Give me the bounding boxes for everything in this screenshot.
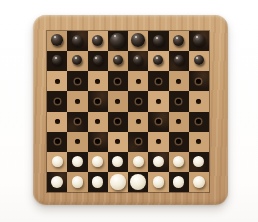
- peg-hole: [75, 99, 80, 104]
- square-e4[interactable]: [128, 112, 148, 132]
- square-h1[interactable]: [189, 172, 209, 192]
- piece-black-rook[interactable]: [193, 34, 205, 46]
- piece-black-rook[interactable]: [51, 34, 63, 46]
- peg-hole: [176, 79, 181, 84]
- peg-hole: [176, 99, 181, 104]
- square-g3[interactable]: [169, 132, 189, 152]
- square-h2[interactable]: [189, 152, 209, 172]
- square-b8[interactable]: [67, 31, 87, 51]
- square-h5[interactable]: [189, 91, 209, 111]
- piece-white-knight[interactable]: [173, 176, 185, 188]
- piece-white-pawn[interactable]: [112, 156, 123, 167]
- piece-white-pawn[interactable]: [133, 156, 144, 167]
- peg-hole: [176, 119, 181, 124]
- square-b7[interactable]: [67, 51, 87, 71]
- piece-white-pawn[interactable]: [173, 156, 184, 167]
- square-c2[interactable]: [88, 152, 108, 172]
- piece-black-knight[interactable]: [72, 35, 83, 46]
- piece-black-king[interactable]: [131, 33, 145, 47]
- square-b6[interactable]: [67, 71, 87, 91]
- square-e3[interactable]: [128, 132, 148, 152]
- peg-hole: [95, 79, 100, 84]
- peg-hole: [196, 139, 201, 144]
- piece-black-knight[interactable]: [173, 35, 184, 46]
- peg-hole: [55, 79, 60, 84]
- piece-white-king[interactable]: [130, 174, 146, 190]
- square-d3[interactable]: [108, 132, 128, 152]
- board-grid: [47, 31, 209, 192]
- peg-hole: [196, 99, 201, 104]
- peg-hole: [115, 99, 120, 104]
- peg-hole: [95, 119, 100, 124]
- peg-hole: [156, 119, 161, 124]
- square-c4[interactable]: [88, 112, 108, 132]
- square-e5[interactable]: [128, 91, 148, 111]
- square-d5[interactable]: [108, 91, 128, 111]
- square-b3[interactable]: [67, 132, 87, 152]
- piece-black-bishop[interactable]: [92, 35, 103, 46]
- square-d2[interactable]: [108, 152, 128, 172]
- piece-white-pawn[interactable]: [193, 156, 204, 167]
- square-d6[interactable]: [108, 71, 128, 91]
- piece-white-bishop[interactable]: [153, 176, 165, 188]
- piece-black-pawn[interactable]: [52, 55, 62, 65]
- piece-white-knight[interactable]: [72, 176, 84, 188]
- square-f1[interactable]: [148, 172, 168, 192]
- square-e7[interactable]: [128, 51, 148, 71]
- piece-white-queen[interactable]: [110, 174, 126, 190]
- square-e1[interactable]: [128, 172, 148, 192]
- square-d8[interactable]: [108, 31, 128, 51]
- square-d7[interactable]: [108, 51, 128, 71]
- square-f2[interactable]: [148, 152, 168, 172]
- piece-black-bishop[interactable]: [153, 35, 164, 46]
- square-c3[interactable]: [88, 132, 108, 152]
- square-a7[interactable]: [47, 51, 67, 71]
- square-g1[interactable]: [169, 172, 189, 192]
- peg-hole: [75, 139, 80, 144]
- square-c6[interactable]: [88, 71, 108, 91]
- peg-hole: [136, 119, 141, 124]
- square-g7[interactable]: [169, 51, 189, 71]
- piece-black-queen[interactable]: [110, 33, 125, 48]
- piece-white-pawn[interactable]: [92, 156, 103, 167]
- peg-hole: [55, 99, 60, 104]
- peg-hole: [55, 139, 60, 144]
- piece-black-pawn[interactable]: [72, 55, 82, 65]
- square-b1[interactable]: [67, 172, 87, 192]
- square-c8[interactable]: [88, 31, 108, 51]
- piece-black-pawn[interactable]: [194, 55, 204, 65]
- piece-black-pawn[interactable]: [174, 55, 184, 65]
- square-e2[interactable]: [128, 152, 148, 172]
- peg-hole: [136, 99, 141, 104]
- square-f8[interactable]: [148, 31, 168, 51]
- square-b4[interactable]: [67, 112, 87, 132]
- square-a8[interactable]: [47, 31, 67, 51]
- peg-hole: [156, 99, 161, 104]
- piece-white-pawn[interactable]: [52, 156, 63, 167]
- square-h4[interactable]: [189, 112, 209, 132]
- piece-black-pawn[interactable]: [133, 55, 143, 65]
- peg-hole: [115, 119, 120, 124]
- piece-white-pawn[interactable]: [153, 156, 164, 167]
- product-photo-canvas: [0, 0, 258, 222]
- square-f4[interactable]: [148, 112, 168, 132]
- piece-white-bishop[interactable]: [92, 176, 104, 188]
- square-h7[interactable]: [189, 51, 209, 71]
- square-a5[interactable]: [47, 91, 67, 111]
- square-f5[interactable]: [148, 91, 168, 111]
- square-a4[interactable]: [47, 112, 67, 132]
- peg-hole: [95, 99, 100, 104]
- peg-hole: [55, 119, 60, 124]
- piece-white-pawn[interactable]: [72, 156, 83, 167]
- square-a1[interactable]: [47, 172, 67, 192]
- peg-hole: [75, 119, 80, 124]
- square-a6[interactable]: [47, 71, 67, 91]
- peg-hole: [136, 79, 141, 84]
- peg-hole: [115, 139, 120, 144]
- peg-hole: [176, 139, 181, 144]
- peg-hole: [136, 139, 141, 144]
- square-c1[interactable]: [88, 172, 108, 192]
- square-d4[interactable]: [108, 112, 128, 132]
- square-g5[interactable]: [169, 91, 189, 111]
- square-g6[interactable]: [169, 71, 189, 91]
- square-g2[interactable]: [169, 152, 189, 172]
- square-b5[interactable]: [67, 91, 87, 111]
- square-c7[interactable]: [88, 51, 108, 71]
- square-g4[interactable]: [169, 112, 189, 132]
- square-e8[interactable]: [128, 31, 148, 51]
- travel-chess-board: [33, 15, 228, 205]
- square-h6[interactable]: [189, 71, 209, 91]
- square-b2[interactable]: [67, 152, 87, 172]
- square-h8[interactable]: [189, 31, 209, 51]
- square-c5[interactable]: [88, 91, 108, 111]
- piece-black-pawn[interactable]: [113, 55, 123, 65]
- piece-white-rook[interactable]: [51, 176, 64, 189]
- piece-black-pawn[interactable]: [93, 55, 103, 65]
- peg-hole: [156, 79, 161, 84]
- peg-hole: [196, 79, 201, 84]
- square-g8[interactable]: [169, 31, 189, 51]
- peg-hole: [75, 79, 80, 84]
- square-h3[interactable]: [189, 132, 209, 152]
- square-f7[interactable]: [148, 51, 168, 71]
- peg-hole: [95, 139, 100, 144]
- square-a3[interactable]: [47, 132, 67, 152]
- peg-hole: [196, 119, 201, 124]
- piece-white-rook[interactable]: [193, 176, 206, 189]
- piece-black-pawn[interactable]: [153, 55, 163, 65]
- peg-hole: [115, 79, 120, 84]
- square-d1[interactable]: [108, 172, 128, 192]
- peg-hole: [156, 139, 161, 144]
- square-e6[interactable]: [128, 71, 148, 91]
- square-f3[interactable]: [148, 132, 168, 152]
- square-f6[interactable]: [148, 71, 168, 91]
- square-a2[interactable]: [47, 152, 67, 172]
